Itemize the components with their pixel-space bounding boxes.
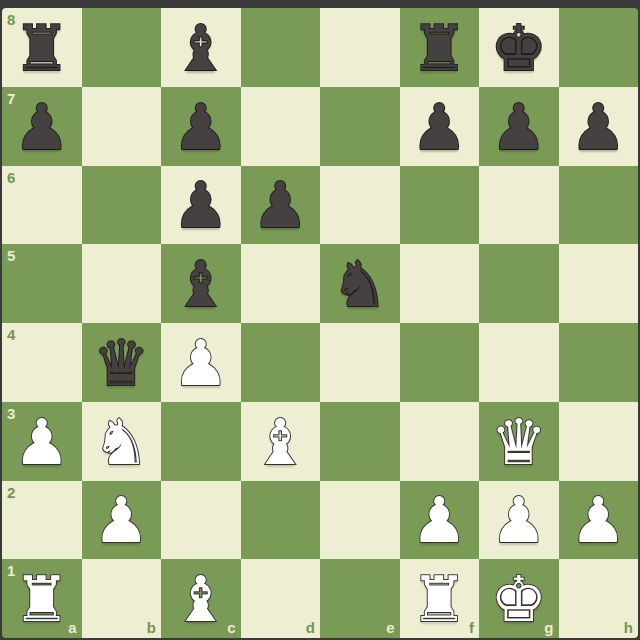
square-d3[interactable]: ♝: [241, 402, 321, 481]
file-label-b: b: [147, 620, 156, 635]
square-c6[interactable]: ♟: [161, 166, 241, 245]
file-label-e: e: [386, 620, 394, 635]
piece-black-pawn[interactable]: ♟: [14, 96, 70, 159]
square-f5[interactable]: [400, 244, 480, 323]
square-b1[interactable]: b: [82, 559, 162, 638]
square-e3[interactable]: [320, 402, 400, 481]
square-h2[interactable]: ♟: [559, 481, 639, 560]
square-c8[interactable]: ♝: [161, 8, 241, 87]
square-h1[interactable]: h: [559, 559, 639, 638]
piece-black-rook[interactable]: ♜: [411, 17, 467, 80]
square-f4[interactable]: [400, 323, 480, 402]
square-g5[interactable]: [479, 244, 559, 323]
square-a3[interactable]: 3♟: [2, 402, 82, 481]
square-d5[interactable]: [241, 244, 321, 323]
square-h4[interactable]: [559, 323, 639, 402]
file-label-d: d: [306, 620, 315, 635]
square-c4[interactable]: ♟: [161, 323, 241, 402]
square-a2[interactable]: 2: [2, 481, 82, 560]
rank-label-4: 4: [7, 327, 15, 342]
piece-black-pawn[interactable]: ♟: [173, 174, 229, 237]
square-d7[interactable]: [241, 87, 321, 166]
piece-white-pawn[interactable]: ♟: [411, 489, 467, 552]
piece-white-bishop[interactable]: ♝: [173, 568, 229, 631]
square-g4[interactable]: [479, 323, 559, 402]
square-c7[interactable]: ♟: [161, 87, 241, 166]
square-f7[interactable]: ♟: [400, 87, 480, 166]
piece-black-pawn[interactable]: ♟: [173, 96, 229, 159]
square-h6[interactable]: [559, 166, 639, 245]
square-h3[interactable]: [559, 402, 639, 481]
piece-white-pawn[interactable]: ♟: [173, 332, 229, 395]
square-a5[interactable]: 5: [2, 244, 82, 323]
rank-label-2: 2: [7, 485, 15, 500]
square-g6[interactable]: [479, 166, 559, 245]
rank-label-5: 5: [7, 248, 15, 263]
square-b2[interactable]: ♟: [82, 481, 162, 560]
square-d2[interactable]: [241, 481, 321, 560]
board-frame: 8♜♝♜♚7♟♟♟♟♟6♟♟5♝♞4♛♟3♟♞♝♛2♟♟♟♟1a♜bc♝def♜…: [0, 0, 640, 640]
file-label-f: f: [469, 620, 474, 635]
square-f6[interactable]: [400, 166, 480, 245]
piece-black-pawn[interactable]: ♟: [411, 96, 467, 159]
square-f1[interactable]: f♜: [400, 559, 480, 638]
square-b4[interactable]: ♛: [82, 323, 162, 402]
square-d8[interactable]: [241, 8, 321, 87]
piece-black-pawn[interactable]: ♟: [570, 96, 626, 159]
piece-white-knight[interactable]: ♞: [93, 411, 149, 474]
square-g7[interactable]: ♟: [479, 87, 559, 166]
square-a4[interactable]: 4: [2, 323, 82, 402]
piece-white-pawn[interactable]: ♟: [14, 411, 70, 474]
piece-black-rook[interactable]: ♜: [14, 17, 70, 80]
square-c5[interactable]: ♝: [161, 244, 241, 323]
square-g8[interactable]: ♚: [479, 8, 559, 87]
square-e8[interactable]: [320, 8, 400, 87]
piece-black-pawn[interactable]: ♟: [252, 174, 308, 237]
square-f2[interactable]: ♟: [400, 481, 480, 560]
square-d6[interactable]: ♟: [241, 166, 321, 245]
piece-white-queen[interactable]: ♛: [491, 411, 547, 474]
square-e1[interactable]: e: [320, 559, 400, 638]
square-c3[interactable]: [161, 402, 241, 481]
square-e2[interactable]: [320, 481, 400, 560]
piece-black-king[interactable]: ♚: [491, 17, 547, 80]
piece-white-rook[interactable]: ♜: [14, 568, 70, 631]
square-a7[interactable]: 7♟: [2, 87, 82, 166]
square-b8[interactable]: [82, 8, 162, 87]
piece-white-king[interactable]: ♚: [491, 568, 547, 631]
square-b5[interactable]: [82, 244, 162, 323]
square-f3[interactable]: [400, 402, 480, 481]
piece-white-pawn[interactable]: ♟: [491, 489, 547, 552]
piece-white-pawn[interactable]: ♟: [93, 489, 149, 552]
piece-black-bishop[interactable]: ♝: [173, 17, 229, 80]
square-g2[interactable]: ♟: [479, 481, 559, 560]
square-e7[interactable]: [320, 87, 400, 166]
piece-black-pawn[interactable]: ♟: [491, 96, 547, 159]
square-d4[interactable]: [241, 323, 321, 402]
square-a8[interactable]: 8♜: [2, 8, 82, 87]
square-c2[interactable]: [161, 481, 241, 560]
piece-black-queen[interactable]: ♛: [93, 332, 149, 395]
piece-white-rook[interactable]: ♜: [411, 568, 467, 631]
piece-black-bishop[interactable]: ♝: [173, 253, 229, 316]
square-f8[interactable]: ♜: [400, 8, 480, 87]
piece-black-knight[interactable]: ♞: [332, 253, 388, 316]
piece-white-bishop[interactable]: ♝: [252, 411, 308, 474]
square-e5[interactable]: ♞: [320, 244, 400, 323]
square-e6[interactable]: [320, 166, 400, 245]
square-a6[interactable]: 6: [2, 166, 82, 245]
square-b6[interactable]: [82, 166, 162, 245]
square-b7[interactable]: [82, 87, 162, 166]
square-g1[interactable]: g♚: [479, 559, 559, 638]
square-b3[interactable]: ♞: [82, 402, 162, 481]
square-h5[interactable]: [559, 244, 639, 323]
square-a1[interactable]: 1a♜: [2, 559, 82, 638]
square-d1[interactable]: d: [241, 559, 321, 638]
chess-board: 8♜♝♜♚7♟♟♟♟♟6♟♟5♝♞4♛♟3♟♞♝♛2♟♟♟♟1a♜bc♝def♜…: [2, 8, 638, 638]
square-c1[interactable]: c♝: [161, 559, 241, 638]
piece-white-pawn[interactable]: ♟: [570, 489, 626, 552]
square-h8[interactable]: [559, 8, 639, 87]
square-g3[interactable]: ♛: [479, 402, 559, 481]
file-label-h: h: [624, 620, 633, 635]
square-e4[interactable]: [320, 323, 400, 402]
rank-label-6: 6: [7, 170, 15, 185]
square-h7[interactable]: ♟: [559, 87, 639, 166]
